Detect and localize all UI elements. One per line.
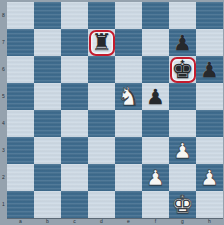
square-a4[interactable] bbox=[7, 110, 34, 137]
file-label-f: f bbox=[142, 218, 169, 225]
square-f7[interactable] bbox=[142, 29, 169, 56]
board-grid: ♜♟♚♟♞♟♟♟♟♚ bbox=[7, 2, 223, 218]
square-g4[interactable] bbox=[169, 110, 196, 137]
white-knight-icon[interactable]: ♞ bbox=[115, 83, 142, 110]
rank-label-3: 3 bbox=[0, 137, 7, 164]
square-d6[interactable] bbox=[88, 56, 115, 83]
square-h7[interactable] bbox=[196, 29, 223, 56]
square-a3[interactable] bbox=[7, 137, 34, 164]
square-f8[interactable] bbox=[142, 2, 169, 29]
rank-label-2: 2 bbox=[0, 164, 7, 191]
square-b7[interactable] bbox=[34, 29, 61, 56]
square-g6[interactable]: ♚ bbox=[169, 56, 196, 83]
square-f3[interactable] bbox=[142, 137, 169, 164]
square-c7[interactable] bbox=[61, 29, 88, 56]
square-f1[interactable] bbox=[142, 191, 169, 218]
square-h5[interactable] bbox=[196, 83, 223, 110]
square-d4[interactable] bbox=[88, 110, 115, 137]
file-label-b: b bbox=[34, 218, 61, 225]
square-c6[interactable] bbox=[61, 56, 88, 83]
square-d2[interactable] bbox=[88, 164, 115, 191]
rank-label-5: 5 bbox=[0, 83, 7, 110]
square-b8[interactable] bbox=[34, 2, 61, 29]
file-label-e: e bbox=[115, 218, 142, 225]
square-c2[interactable] bbox=[61, 164, 88, 191]
square-h2[interactable]: ♟ bbox=[196, 164, 223, 191]
square-g3[interactable]: ♟ bbox=[169, 137, 196, 164]
black-pawn-icon[interactable]: ♟ bbox=[169, 29, 196, 56]
square-g7[interactable]: ♟ bbox=[169, 29, 196, 56]
square-d7[interactable]: ♜ bbox=[88, 29, 115, 56]
square-b4[interactable] bbox=[34, 110, 61, 137]
square-c5[interactable] bbox=[61, 83, 88, 110]
rank-label-4: 4 bbox=[0, 110, 7, 137]
square-a1[interactable] bbox=[7, 191, 34, 218]
square-h1[interactable] bbox=[196, 191, 223, 218]
square-c1[interactable] bbox=[61, 191, 88, 218]
black-pawn-icon[interactable]: ♟ bbox=[196, 56, 223, 83]
square-b5[interactable] bbox=[34, 83, 61, 110]
square-c8[interactable] bbox=[61, 2, 88, 29]
square-e6[interactable] bbox=[115, 56, 142, 83]
rank-label-6: 6 bbox=[0, 56, 7, 83]
square-g1[interactable]: ♚ bbox=[169, 191, 196, 218]
square-f4[interactable] bbox=[142, 110, 169, 137]
square-d3[interactable] bbox=[88, 137, 115, 164]
square-d5[interactable] bbox=[88, 83, 115, 110]
square-f6[interactable] bbox=[142, 56, 169, 83]
square-e1[interactable] bbox=[115, 191, 142, 218]
square-a8[interactable] bbox=[7, 2, 34, 29]
rank-label-1: 1 bbox=[0, 191, 7, 218]
white-pawn-icon[interactable]: ♟ bbox=[142, 164, 169, 191]
white-pawn-icon[interactable]: ♟ bbox=[196, 164, 223, 191]
square-c3[interactable] bbox=[61, 137, 88, 164]
black-pawn-icon[interactable]: ♟ bbox=[142, 83, 169, 110]
chess-board: ♜♟♚♟♞♟♟♟♟♚ 87654321 abcdefgh bbox=[0, 0, 224, 225]
rank-label-8: 8 bbox=[0, 2, 7, 29]
square-g5[interactable] bbox=[169, 83, 196, 110]
square-f5[interactable]: ♟ bbox=[142, 83, 169, 110]
file-label-d: d bbox=[88, 218, 115, 225]
square-h4[interactable] bbox=[196, 110, 223, 137]
square-e3[interactable] bbox=[115, 137, 142, 164]
square-e4[interactable] bbox=[115, 110, 142, 137]
file-label-a: a bbox=[7, 218, 34, 225]
file-label-g: g bbox=[169, 218, 196, 225]
square-c4[interactable] bbox=[61, 110, 88, 137]
square-a5[interactable] bbox=[7, 83, 34, 110]
square-d8[interactable] bbox=[88, 2, 115, 29]
square-d1[interactable] bbox=[88, 191, 115, 218]
square-e2[interactable] bbox=[115, 164, 142, 191]
square-b3[interactable] bbox=[34, 137, 61, 164]
square-b2[interactable] bbox=[34, 164, 61, 191]
square-b1[interactable] bbox=[34, 191, 61, 218]
square-e8[interactable] bbox=[115, 2, 142, 29]
white-pawn-icon[interactable]: ♟ bbox=[169, 137, 196, 164]
square-a2[interactable] bbox=[7, 164, 34, 191]
square-a6[interactable] bbox=[7, 56, 34, 83]
square-a7[interactable] bbox=[7, 29, 34, 56]
black-king-icon[interactable]: ♚ bbox=[169, 56, 196, 83]
rank-label-7: 7 bbox=[0, 29, 7, 56]
square-g8[interactable] bbox=[169, 2, 196, 29]
square-h3[interactable] bbox=[196, 137, 223, 164]
square-e5[interactable]: ♞ bbox=[115, 83, 142, 110]
file-label-c: c bbox=[61, 218, 88, 225]
square-f2[interactable]: ♟ bbox=[142, 164, 169, 191]
square-g2[interactable] bbox=[169, 164, 196, 191]
file-label-h: h bbox=[196, 218, 223, 225]
black-rook-icon[interactable]: ♜ bbox=[88, 29, 115, 56]
square-e7[interactable] bbox=[115, 29, 142, 56]
square-h6[interactable]: ♟ bbox=[196, 56, 223, 83]
white-king-icon[interactable]: ♚ bbox=[169, 191, 196, 218]
square-b6[interactable] bbox=[34, 56, 61, 83]
square-h8[interactable] bbox=[196, 2, 223, 29]
